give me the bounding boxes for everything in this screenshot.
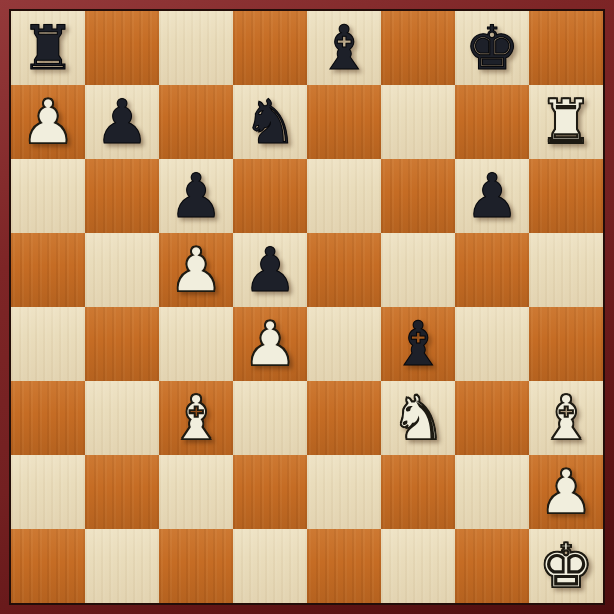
square-a3[interactable] xyxy=(11,381,85,455)
square-c2[interactable] xyxy=(159,455,233,529)
square-h3[interactable]: ♝ xyxy=(529,381,603,455)
square-c6[interactable]: ♟ xyxy=(159,159,233,233)
piece-black-bishop: ♝ xyxy=(317,11,372,85)
piece-black-king: ♚ xyxy=(465,11,520,85)
square-e7[interactable] xyxy=(307,85,381,159)
piece-black-knight: ♞ xyxy=(243,85,298,159)
square-g8[interactable]: ♚ xyxy=(455,11,529,85)
square-f3[interactable]: ♞ xyxy=(381,381,455,455)
square-f8[interactable] xyxy=(381,11,455,85)
square-h1[interactable]: ♚ xyxy=(529,529,603,603)
piece-white-pawn: ♟ xyxy=(21,85,76,159)
square-a5[interactable] xyxy=(11,233,85,307)
piece-black-pawn: ♟ xyxy=(95,85,150,159)
square-b2[interactable] xyxy=(85,455,159,529)
square-d2[interactable] xyxy=(233,455,307,529)
square-d7[interactable]: ♞ xyxy=(233,85,307,159)
square-a6[interactable] xyxy=(11,159,85,233)
piece-black-pawn: ♟ xyxy=(243,233,298,307)
square-h7[interactable]: ♜ xyxy=(529,85,603,159)
piece-black-pawn: ♟ xyxy=(465,159,520,233)
square-g4[interactable] xyxy=(455,307,529,381)
square-f4[interactable]: ♝ xyxy=(381,307,455,381)
square-h2[interactable]: ♟ xyxy=(529,455,603,529)
square-c5[interactable]: ♟ xyxy=(159,233,233,307)
square-d1[interactable] xyxy=(233,529,307,603)
square-a8[interactable]: ♜ xyxy=(11,11,85,85)
square-f1[interactable] xyxy=(381,529,455,603)
square-f2[interactable] xyxy=(381,455,455,529)
square-g1[interactable] xyxy=(455,529,529,603)
square-f6[interactable] xyxy=(381,159,455,233)
square-e2[interactable] xyxy=(307,455,381,529)
square-c8[interactable] xyxy=(159,11,233,85)
square-g3[interactable] xyxy=(455,381,529,455)
square-g6[interactable]: ♟ xyxy=(455,159,529,233)
square-h8[interactable] xyxy=(529,11,603,85)
piece-white-pawn: ♟ xyxy=(243,307,298,381)
chess-board: ♜♝♚♟♟♞♜♟♟♟♟♟♝♝♞♝♟♚ xyxy=(9,9,605,605)
piece-white-pawn: ♟ xyxy=(539,455,594,529)
piece-black-rook: ♜ xyxy=(21,11,76,85)
square-d8[interactable] xyxy=(233,11,307,85)
square-e6[interactable] xyxy=(307,159,381,233)
piece-white-knight: ♞ xyxy=(391,381,446,455)
board-frame: ♜♝♚♟♟♞♜♟♟♟♟♟♝♝♞♝♟♚ xyxy=(0,0,614,614)
square-c3[interactable]: ♝ xyxy=(159,381,233,455)
piece-white-pawn: ♟ xyxy=(169,233,224,307)
square-g5[interactable] xyxy=(455,233,529,307)
square-h6[interactable] xyxy=(529,159,603,233)
square-a4[interactable] xyxy=(11,307,85,381)
piece-white-rook: ♜ xyxy=(539,85,594,159)
square-h4[interactable] xyxy=(529,307,603,381)
square-d3[interactable] xyxy=(233,381,307,455)
square-b3[interactable] xyxy=(85,381,159,455)
square-e4[interactable] xyxy=(307,307,381,381)
square-f7[interactable] xyxy=(381,85,455,159)
square-a2[interactable] xyxy=(11,455,85,529)
square-e8[interactable]: ♝ xyxy=(307,11,381,85)
square-f5[interactable] xyxy=(381,233,455,307)
square-d6[interactable] xyxy=(233,159,307,233)
square-c1[interactable] xyxy=(159,529,233,603)
square-b6[interactable] xyxy=(85,159,159,233)
piece-white-king: ♚ xyxy=(539,529,594,603)
square-b8[interactable] xyxy=(85,11,159,85)
square-b7[interactable]: ♟ xyxy=(85,85,159,159)
piece-black-bishop: ♝ xyxy=(391,307,446,381)
square-e1[interactable] xyxy=(307,529,381,603)
square-e3[interactable] xyxy=(307,381,381,455)
piece-white-bishop: ♝ xyxy=(169,381,224,455)
square-c4[interactable] xyxy=(159,307,233,381)
piece-white-bishop: ♝ xyxy=(539,381,594,455)
square-c7[interactable] xyxy=(159,85,233,159)
piece-black-pawn: ♟ xyxy=(169,159,224,233)
square-b4[interactable] xyxy=(85,307,159,381)
square-d5[interactable]: ♟ xyxy=(233,233,307,307)
square-b5[interactable] xyxy=(85,233,159,307)
square-e5[interactable] xyxy=(307,233,381,307)
square-a7[interactable]: ♟ xyxy=(11,85,85,159)
square-g2[interactable] xyxy=(455,455,529,529)
square-g7[interactable] xyxy=(455,85,529,159)
square-b1[interactable] xyxy=(85,529,159,603)
square-a1[interactable] xyxy=(11,529,85,603)
square-d4[interactable]: ♟ xyxy=(233,307,307,381)
square-h5[interactable] xyxy=(529,233,603,307)
